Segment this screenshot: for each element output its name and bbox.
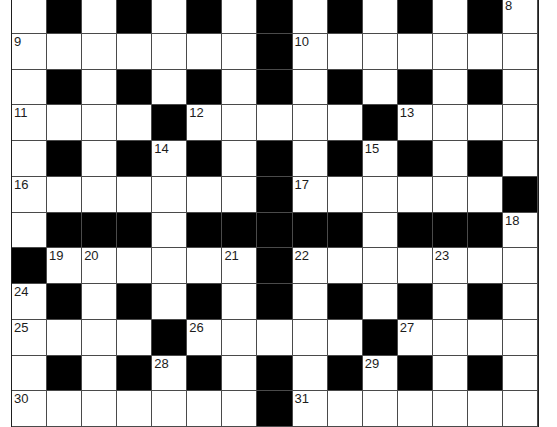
black-cell xyxy=(328,141,363,177)
white-cell[interactable]: 8 xyxy=(503,0,538,34)
white-cell[interactable] xyxy=(503,34,538,70)
white-cell[interactable] xyxy=(433,70,468,106)
white-cell[interactable]: 15 xyxy=(363,141,398,177)
white-cell[interactable] xyxy=(222,320,257,356)
black-cell xyxy=(257,356,292,392)
white-cell[interactable] xyxy=(47,34,82,70)
white-cell[interactable] xyxy=(152,34,187,70)
black-cell xyxy=(47,284,82,320)
clue-number: 24 xyxy=(14,284,28,299)
black-cell xyxy=(398,356,433,392)
clue-number: 25 xyxy=(14,320,28,335)
white-cell[interactable] xyxy=(363,213,398,249)
black-cell xyxy=(82,213,117,249)
white-cell[interactable] xyxy=(257,105,292,141)
black-cell xyxy=(363,105,398,141)
white-cell[interactable] xyxy=(503,248,538,284)
black-cell xyxy=(257,34,292,70)
white-cell[interactable] xyxy=(47,105,82,141)
black-cell xyxy=(398,70,433,106)
white-cell[interactable] xyxy=(398,248,433,284)
white-cell[interactable] xyxy=(82,70,117,106)
white-cell[interactable] xyxy=(257,320,292,356)
white-cell[interactable] xyxy=(293,320,328,356)
white-cell[interactable]: 23 xyxy=(433,248,468,284)
clue-number: 16 xyxy=(14,177,28,192)
clue-number: 11 xyxy=(14,105,28,120)
clue-number: 12 xyxy=(189,105,203,120)
white-cell[interactable] xyxy=(468,34,503,70)
white-cell[interactable] xyxy=(82,391,117,427)
clue-number: 18 xyxy=(505,213,519,228)
white-cell[interactable] xyxy=(363,0,398,34)
black-cell xyxy=(468,356,503,392)
white-cell[interactable]: 18 xyxy=(503,213,538,249)
white-cell[interactable]: 14 xyxy=(152,141,187,177)
black-cell xyxy=(47,356,82,392)
white-cell[interactable] xyxy=(117,105,152,141)
white-cell[interactable] xyxy=(152,391,187,427)
black-cell xyxy=(222,213,257,249)
white-cell[interactable] xyxy=(47,320,82,356)
white-cell[interactable] xyxy=(152,248,187,284)
clue-number: 26 xyxy=(189,320,203,335)
white-cell[interactable]: 21 xyxy=(222,248,257,284)
black-cell xyxy=(398,141,433,177)
white-cell[interactable]: 10 xyxy=(293,34,328,70)
white-cell[interactable] xyxy=(47,391,82,427)
black-cell xyxy=(293,213,328,249)
black-cell xyxy=(468,141,503,177)
white-cell[interactable] xyxy=(117,320,152,356)
white-cell[interactable] xyxy=(47,177,82,213)
black-cell xyxy=(257,248,292,284)
clue-number: 10 xyxy=(295,34,309,49)
black-cell xyxy=(328,213,363,249)
black-cell xyxy=(468,70,503,106)
black-cell xyxy=(12,248,47,284)
white-cell[interactable] xyxy=(152,70,187,106)
white-cell[interactable]: 28 xyxy=(152,356,187,392)
white-cell[interactable]: 19 xyxy=(47,248,82,284)
white-cell[interactable]: 11 xyxy=(12,105,47,141)
clue-number: 14 xyxy=(154,141,168,156)
black-cell xyxy=(47,70,82,106)
white-cell[interactable] xyxy=(293,356,328,392)
white-cell[interactable] xyxy=(12,356,47,392)
white-cell[interactable] xyxy=(82,105,117,141)
black-cell xyxy=(187,284,222,320)
black-cell xyxy=(117,70,152,106)
white-cell[interactable] xyxy=(222,177,257,213)
white-cell[interactable] xyxy=(468,105,503,141)
white-cell[interactable] xyxy=(222,356,257,392)
white-cell[interactable] xyxy=(82,34,117,70)
white-cell[interactable] xyxy=(468,320,503,356)
white-cell[interactable] xyxy=(293,105,328,141)
white-cell[interactable] xyxy=(328,248,363,284)
white-cell[interactable] xyxy=(187,34,222,70)
white-cell[interactable] xyxy=(468,248,503,284)
white-cell[interactable] xyxy=(433,284,468,320)
black-cell xyxy=(257,141,292,177)
white-cell[interactable] xyxy=(187,177,222,213)
white-cell[interactable] xyxy=(117,391,152,427)
black-cell xyxy=(503,177,538,213)
white-cell[interactable] xyxy=(117,177,152,213)
black-cell xyxy=(117,213,152,249)
clue-number: 9 xyxy=(14,34,21,49)
white-cell[interactable] xyxy=(433,105,468,141)
clue-number: 31 xyxy=(295,391,309,406)
black-cell xyxy=(257,213,292,249)
white-cell[interactable] xyxy=(222,141,257,177)
white-cell[interactable]: 24 xyxy=(12,284,47,320)
clue-number: 13 xyxy=(400,105,414,120)
white-cell[interactable] xyxy=(328,391,363,427)
white-cell[interactable] xyxy=(12,141,47,177)
white-cell[interactable] xyxy=(433,0,468,34)
black-cell xyxy=(187,356,222,392)
white-cell[interactable]: 9 xyxy=(12,34,47,70)
black-cell xyxy=(257,284,292,320)
black-cell xyxy=(187,141,222,177)
white-cell[interactable] xyxy=(503,141,538,177)
clue-number: 15 xyxy=(365,141,379,156)
white-cell[interactable] xyxy=(503,284,538,320)
clue-number: 29 xyxy=(365,356,379,371)
black-cell xyxy=(468,213,503,249)
black-cell xyxy=(47,213,82,249)
black-cell xyxy=(187,0,222,34)
white-cell[interactable]: 20 xyxy=(82,248,117,284)
white-cell[interactable] xyxy=(433,320,468,356)
white-cell[interactable]: 13 xyxy=(398,105,433,141)
white-cell[interactable] xyxy=(187,391,222,427)
white-cell[interactable] xyxy=(398,177,433,213)
white-cell[interactable]: 27 xyxy=(398,320,433,356)
white-cell[interactable] xyxy=(398,34,433,70)
white-cell[interactable] xyxy=(222,0,257,34)
black-cell xyxy=(328,70,363,106)
white-cell[interactable] xyxy=(363,70,398,106)
black-cell xyxy=(187,213,222,249)
clue-number: 8 xyxy=(505,0,512,13)
clue-number: 28 xyxy=(154,356,168,371)
black-cell xyxy=(328,356,363,392)
white-cell[interactable] xyxy=(152,177,187,213)
white-cell[interactable] xyxy=(433,391,468,427)
white-cell[interactable]: 16 xyxy=(12,177,47,213)
white-cell[interactable] xyxy=(222,105,257,141)
white-cell[interactable] xyxy=(222,391,257,427)
black-cell xyxy=(363,320,398,356)
clue-number: 27 xyxy=(400,320,414,335)
black-cell xyxy=(117,141,152,177)
white-cell[interactable] xyxy=(328,34,363,70)
black-cell xyxy=(152,105,187,141)
black-cell xyxy=(433,213,468,249)
clue-number: 22 xyxy=(295,248,309,263)
white-cell[interactable] xyxy=(152,0,187,34)
black-cell xyxy=(117,0,152,34)
white-cell[interactable] xyxy=(363,248,398,284)
black-cell xyxy=(47,141,82,177)
white-cell[interactable]: 25 xyxy=(12,320,47,356)
black-cell xyxy=(468,0,503,34)
clue-number: 23 xyxy=(435,248,449,263)
white-cell[interactable] xyxy=(82,0,117,34)
white-cell[interactable]: 12 xyxy=(187,105,222,141)
white-cell[interactable] xyxy=(363,34,398,70)
black-cell xyxy=(398,213,433,249)
white-cell[interactable] xyxy=(503,320,538,356)
white-cell[interactable] xyxy=(293,141,328,177)
white-cell[interactable] xyxy=(433,141,468,177)
white-cell[interactable] xyxy=(187,248,222,284)
white-cell[interactable]: 30 xyxy=(12,391,47,427)
white-cell[interactable] xyxy=(328,177,363,213)
white-cell[interactable] xyxy=(152,284,187,320)
white-cell[interactable] xyxy=(468,177,503,213)
white-cell[interactable] xyxy=(398,391,433,427)
white-cell[interactable]: 17 xyxy=(293,177,328,213)
white-cell[interactable] xyxy=(293,284,328,320)
black-cell xyxy=(257,70,292,106)
white-cell[interactable] xyxy=(363,284,398,320)
white-cell[interactable] xyxy=(12,70,47,106)
black-cell xyxy=(328,284,363,320)
white-cell[interactable]: 22 xyxy=(293,248,328,284)
white-cell[interactable] xyxy=(82,177,117,213)
white-cell[interactable] xyxy=(293,70,328,106)
white-cell[interactable] xyxy=(503,70,538,106)
white-cell[interactable]: 31 xyxy=(293,391,328,427)
white-cell[interactable] xyxy=(222,284,257,320)
white-cell[interactable] xyxy=(82,320,117,356)
white-cell[interactable] xyxy=(433,34,468,70)
crossword-grid: 8910111213141516171819202122232425262728… xyxy=(11,0,539,427)
white-cell[interactable] xyxy=(328,320,363,356)
black-cell xyxy=(257,0,292,34)
white-cell[interactable] xyxy=(12,213,47,249)
white-cell[interactable] xyxy=(503,105,538,141)
white-cell[interactable] xyxy=(82,141,117,177)
white-cell[interactable] xyxy=(222,34,257,70)
white-cell[interactable]: 26 xyxy=(187,320,222,356)
white-cell[interactable] xyxy=(363,391,398,427)
white-cell[interactable] xyxy=(82,284,117,320)
white-cell[interactable]: 29 xyxy=(363,356,398,392)
black-cell xyxy=(257,177,292,213)
white-cell[interactable] xyxy=(433,177,468,213)
white-cell[interactable] xyxy=(117,34,152,70)
black-cell xyxy=(47,0,82,34)
white-cell[interactable] xyxy=(503,356,538,392)
white-cell[interactable] xyxy=(468,391,503,427)
white-cell[interactable] xyxy=(222,70,257,106)
black-cell xyxy=(328,0,363,34)
white-cell[interactable] xyxy=(363,177,398,213)
black-cell xyxy=(398,0,433,34)
white-cell[interactable] xyxy=(328,105,363,141)
black-cell xyxy=(468,284,503,320)
clue-number: 21 xyxy=(224,248,238,263)
black-cell xyxy=(398,284,433,320)
black-cell xyxy=(257,391,292,427)
clue-number: 19 xyxy=(49,248,63,263)
black-cell xyxy=(117,284,152,320)
black-cell xyxy=(117,356,152,392)
clue-number: 20 xyxy=(84,248,98,263)
white-cell[interactable] xyxy=(293,0,328,34)
white-cell[interactable] xyxy=(433,356,468,392)
black-cell xyxy=(152,320,187,356)
white-cell[interactable] xyxy=(82,356,117,392)
white-cell[interactable] xyxy=(12,0,47,34)
clue-number: 30 xyxy=(14,391,28,406)
black-cell xyxy=(187,70,222,106)
white-cell[interactable] xyxy=(117,248,152,284)
white-cell[interactable] xyxy=(152,213,187,249)
clue-number: 17 xyxy=(295,177,309,192)
white-cell[interactable] xyxy=(503,391,538,427)
